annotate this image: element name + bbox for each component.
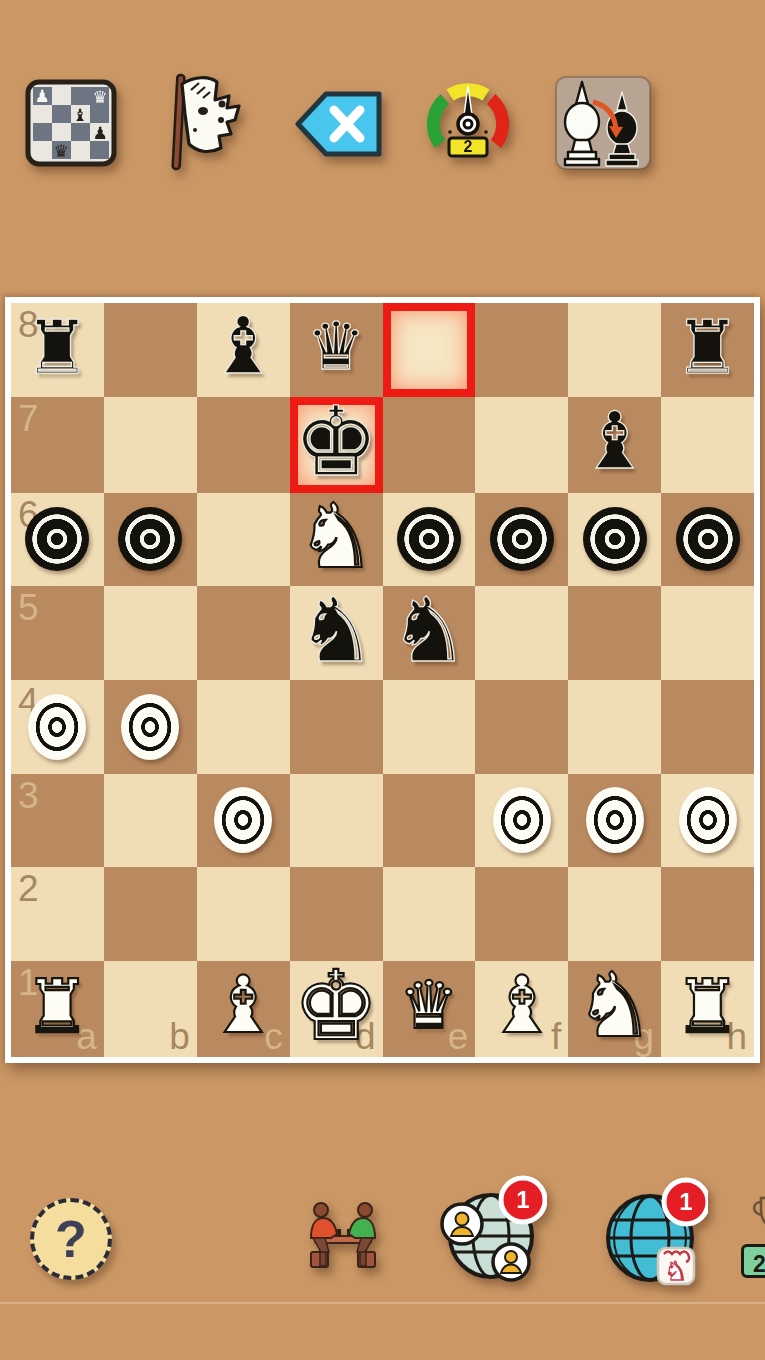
square-c5[interactable]: [197, 586, 290, 680]
online-friends-button[interactable]: 1: [435, 1174, 547, 1296]
svg-text:♞: ♞: [664, 1256, 687, 1286]
difficulty-level-badge: 2: [464, 138, 473, 155]
square-d1[interactable]: d♚: [290, 961, 383, 1057]
white-rook: ♜: [674, 969, 740, 1043]
undo-button[interactable]: [293, 87, 385, 165]
white-king: ♚: [293, 958, 379, 1054]
square-c7[interactable]: [197, 397, 290, 493]
difficulty-gauge-icon: 2: [423, 74, 513, 168]
square-c4[interactable]: [197, 680, 290, 774]
square-d5[interactable]: ♞: [290, 586, 383, 680]
square-c2[interactable]: [197, 867, 290, 961]
globe-friends-icon: 1: [435, 1174, 547, 1292]
difficulty-button[interactable]: 2: [423, 74, 513, 172]
square-b5[interactable]: [104, 586, 197, 680]
square-b6[interactable]: [104, 493, 197, 587]
file-label-b: b: [169, 1018, 190, 1055]
help-button[interactable]: ?: [30, 1198, 112, 1280]
square-e1[interactable]: e♛: [383, 961, 476, 1057]
square-b1[interactable]: b: [104, 961, 197, 1057]
square-g2[interactable]: [568, 867, 661, 961]
rank-label-7: 7: [18, 400, 39, 437]
square-c1[interactable]: c♝: [197, 961, 290, 1057]
white-queen: ♛: [399, 973, 458, 1039]
square-a7[interactable]: 7: [11, 397, 104, 493]
square-g1[interactable]: g♞: [568, 961, 661, 1057]
online-notification-badge: 1: [679, 1188, 692, 1215]
square-b3[interactable]: [104, 774, 197, 868]
square-e4[interactable]: [383, 680, 476, 774]
square-b8[interactable]: [104, 303, 197, 397]
square-f5[interactable]: [475, 586, 568, 680]
square-g4[interactable]: [568, 680, 661, 774]
square-a5[interactable]: 5: [11, 586, 104, 680]
black-knight: ♞: [296, 586, 376, 675]
square-g6[interactable]: [568, 493, 661, 587]
resign-button[interactable]: [165, 70, 249, 178]
square-e8[interactable]: [383, 303, 476, 397]
black-knight: ♞: [389, 586, 469, 675]
square-h3[interactable]: [661, 774, 754, 868]
mini-chessboard-icon: ♟ ♛ ♝ ♟ ♛: [25, 79, 117, 167]
online-play-button[interactable]: ♞ 1: [596, 1176, 708, 1296]
achievements-button[interactable]: [747, 1192, 765, 1248]
local-two-player-button[interactable]: [293, 1196, 393, 1280]
square-a6[interactable]: 6: [11, 493, 104, 587]
two-players-table-icon: [293, 1196, 393, 1276]
square-a1[interactable]: 1a♜: [11, 961, 104, 1057]
black-king: ♚: [293, 394, 379, 490]
square-f2[interactable]: [475, 867, 568, 961]
square-f8[interactable]: [475, 303, 568, 397]
square-d4[interactable]: [290, 680, 383, 774]
black-pawn: [25, 507, 89, 571]
square-e3[interactable]: [383, 774, 476, 868]
square-f6[interactable]: [475, 493, 568, 587]
square-e6[interactable]: [383, 493, 476, 587]
square-g3[interactable]: [568, 774, 661, 868]
trophy-icon: [747, 1192, 765, 1244]
white-bishop: ♝: [208, 966, 279, 1045]
board-grid: 8♜♝♛♜7♚♝6♞5♞♞4321a♜bc♝d♚e♛f♝g♞h♜: [11, 303, 754, 1057]
white-pawn: [493, 787, 551, 853]
white-knight: ♞: [296, 492, 376, 581]
white-pawn: [586, 787, 644, 853]
white-bishop: ♝: [486, 966, 557, 1045]
square-h2[interactable]: [661, 867, 754, 961]
switch-sides-button[interactable]: [555, 76, 651, 174]
help-label: ?: [55, 1209, 87, 1269]
square-h5[interactable]: [661, 586, 754, 680]
svg-text:♟: ♟: [92, 123, 107, 143]
square-a8[interactable]: 8♜: [11, 303, 104, 397]
square-g7[interactable]: ♝: [568, 397, 661, 493]
achievements-count-badge[interactable]: 2: [741, 1244, 765, 1278]
svg-text:♛: ♛: [53, 141, 68, 161]
square-a3[interactable]: 3: [11, 774, 104, 868]
black-pawn: [397, 507, 461, 571]
square-a4[interactable]: 4: [11, 680, 104, 774]
black-pawn: [676, 507, 740, 571]
white-pawn: [121, 694, 179, 760]
bottom-divider: [0, 1302, 765, 1304]
square-e7[interactable]: [383, 397, 476, 493]
square-d8[interactable]: ♛: [290, 303, 383, 397]
square-g5[interactable]: [568, 586, 661, 680]
black-pawn: [490, 507, 554, 571]
piece-swap-icon: [555, 76, 651, 170]
achievements-count: 2: [753, 1251, 765, 1277]
friends-notification-badge: 1: [516, 1186, 529, 1213]
square-f4[interactable]: [475, 680, 568, 774]
square-b4[interactable]: [104, 680, 197, 774]
square-d6[interactable]: ♞: [290, 493, 383, 587]
square-c8[interactable]: ♝: [197, 303, 290, 397]
white-rook: ♜: [24, 969, 90, 1043]
svg-text:♝: ♝: [72, 105, 87, 125]
square-a2[interactable]: 2: [11, 867, 104, 961]
white-pawn: [214, 787, 272, 853]
square-b7[interactable]: [104, 397, 197, 493]
square-d3[interactable]: [290, 774, 383, 868]
square-c3[interactable]: [197, 774, 290, 868]
black-rook: ♜: [674, 310, 740, 384]
black-bishop: ♝: [208, 307, 279, 386]
white-pawn: [679, 787, 737, 853]
svg-text:♛: ♛: [92, 87, 107, 107]
black-pawn: [583, 507, 647, 571]
square-h7[interactable]: [661, 397, 754, 493]
setup-board-button[interactable]: ♟ ♛ ♝ ♟ ♛: [25, 79, 117, 171]
square-f7[interactable]: [475, 397, 568, 493]
rank-label-5: 5: [18, 589, 39, 626]
rank-label-3: 3: [18, 777, 39, 814]
black-rook: ♜: [24, 310, 90, 384]
square-c6[interactable]: [197, 493, 290, 587]
globe-knight-icon: ♞ 1: [596, 1176, 708, 1292]
black-bishop: ♝: [579, 402, 650, 481]
black-pawn: [118, 507, 182, 571]
rank-label-2: 2: [18, 870, 39, 907]
svg-text:♟: ♟: [34, 86, 49, 106]
board: 8♜♝♛♜7♚♝6♞5♞♞4321a♜bc♝d♚e♛f♝g♞h♜: [5, 297, 760, 1063]
square-b2[interactable]: [104, 867, 197, 961]
square-h8[interactable]: ♜: [661, 303, 754, 397]
black-queen: ♛: [306, 314, 365, 380]
square-e5[interactable]: ♞: [383, 586, 476, 680]
square-h4[interactable]: [661, 680, 754, 774]
square-f1[interactable]: f♝: [475, 961, 568, 1057]
white-flag-icon: [165, 70, 249, 174]
undo-x-arrow-icon: [293, 87, 385, 161]
square-g8[interactable]: [568, 303, 661, 397]
square-e2[interactable]: [383, 867, 476, 961]
white-pawn: [28, 694, 86, 760]
square-h1[interactable]: h♜: [661, 961, 754, 1057]
square-f3[interactable]: [475, 774, 568, 868]
white-knight: ♞: [575, 961, 655, 1050]
square-h6[interactable]: [661, 493, 754, 587]
square-d2[interactable]: [290, 867, 383, 961]
square-d7[interactable]: ♚: [290, 397, 383, 493]
